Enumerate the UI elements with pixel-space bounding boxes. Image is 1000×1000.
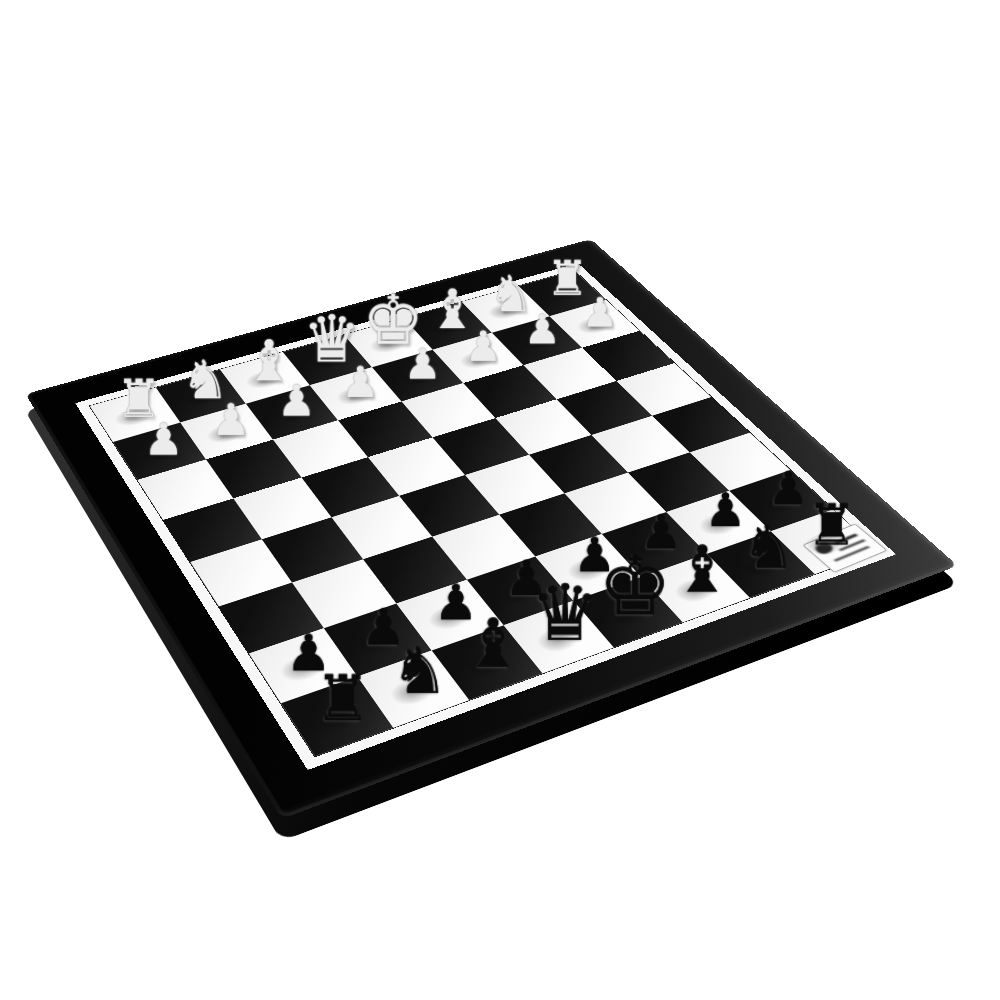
- square-e4[interactable]: [432, 418, 529, 475]
- white-pawn[interactable]: ♟: [567, 292, 633, 333]
- white-pawn[interactable]: ♟: [388, 343, 456, 385]
- white-pawn[interactable]: ♟: [195, 398, 266, 442]
- photo-scene: ♜♞♝♛♚♝♞♜♟♟♟♟♟♟♟♟♟♟♟♟♟♟♟♟♜♞♝♛♚♝♞♜: [0, 0, 1000, 1000]
- white-pawn[interactable]: ♟: [449, 326, 517, 368]
- square-b3[interactable]: [206, 440, 301, 499]
- black-king[interactable]: ♚: [595, 545, 675, 627]
- black-rook[interactable]: ♜: [300, 668, 385, 731]
- black-knight[interactable]: ♞: [377, 639, 461, 703]
- board-frame: ♜♞♝♛♚♝♞♜♟♟♟♟♟♟♟♟♟♟♟♟♟♟♟♟♜♞♝♛♚♝♞♜: [25, 239, 957, 819]
- white-pawn[interactable]: ♟: [128, 417, 200, 461]
- black-bishop[interactable]: ♝: [663, 537, 742, 602]
- chess-board: ♜♞♝♛♚♝♞♜♟♟♟♟♟♟♟♟♟♟♟♟♟♟♟♟♜♞♝♛♚♝♞♜: [89, 270, 880, 758]
- white-pawn[interactable]: ♟: [326, 361, 395, 404]
- white-pawn[interactable]: ♟: [261, 379, 331, 422]
- black-bishop[interactable]: ♝: [452, 609, 534, 677]
- board-3d-wrap: ♜♞♝♛♚♝♞♜♟♟♟♟♟♟♟♟♟♟♟♟♟♟♟♟♜♞♝♛♚♝♞♜: [25, 239, 957, 819]
- white-pawn[interactable]: ♟: [509, 309, 576, 350]
- black-queen[interactable]: ♛: [525, 574, 606, 652]
